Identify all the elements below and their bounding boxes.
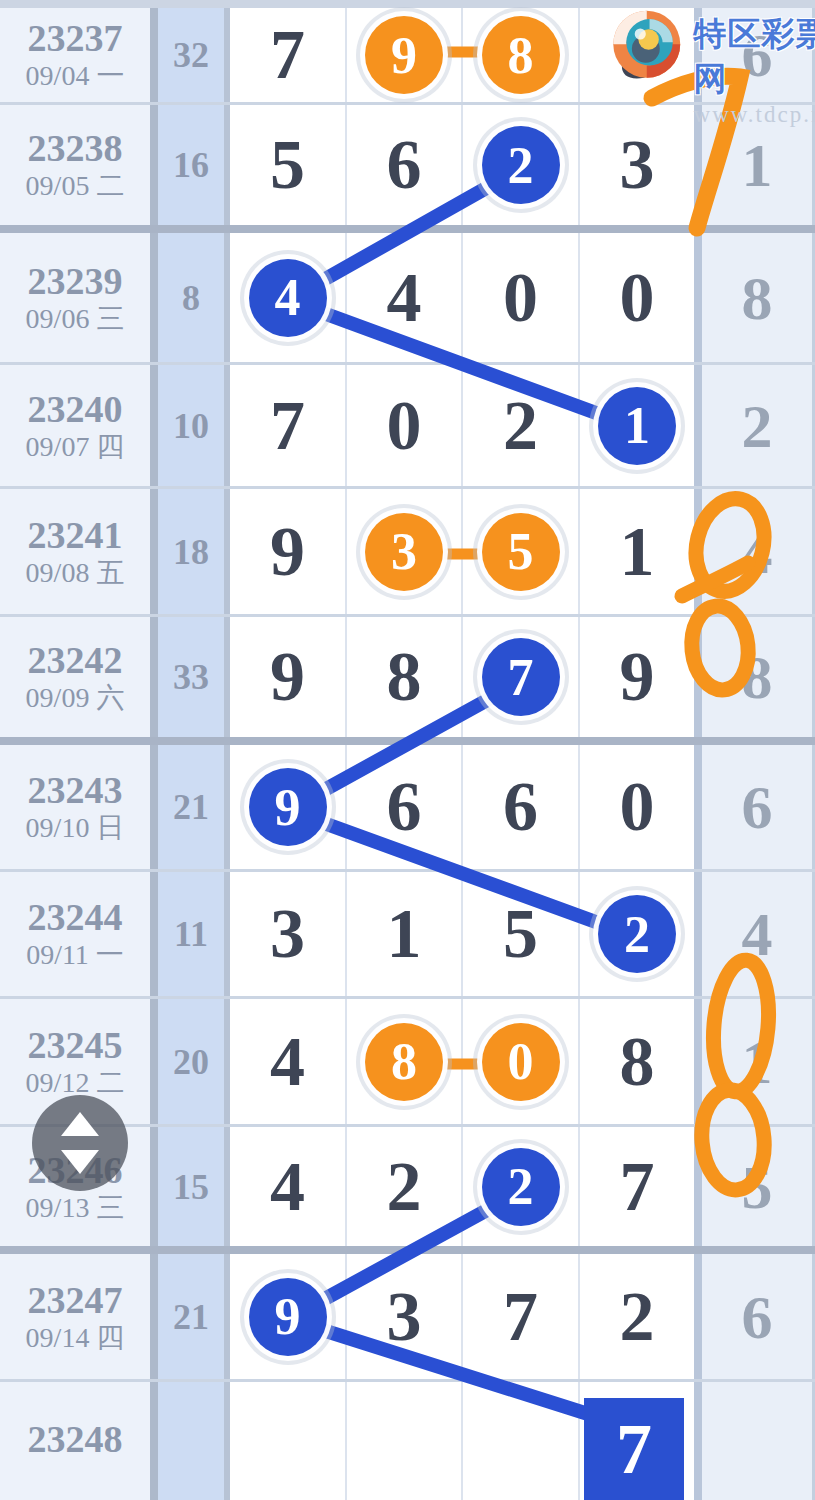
lottery-trend-chart-screen: 23237 09/04 一 32 7 9 8 8 6 23238 09/05 二… — [0, 0, 815, 1500]
digit-cell: 5 — [230, 105, 347, 225]
blue-circled-digit: 4 — [249, 259, 327, 337]
table-row: 23248 7 — [0, 1382, 815, 1500]
sum-cell: 20 — [158, 999, 230, 1124]
digit-cell: 7 — [230, 365, 347, 486]
orange-circled-digit: 0 — [482, 1023, 560, 1101]
blue-circled-digit: 2 — [482, 126, 560, 204]
digit-cell: 1 — [580, 365, 702, 486]
digit-cell: 4 — [230, 999, 347, 1124]
digit-cell — [463, 1382, 580, 1500]
scroll-widget[interactable] — [32, 1095, 128, 1191]
sum-cell: 16 — [158, 105, 230, 225]
issue-cell: 23240 09/07 四 — [0, 365, 158, 486]
issue-cell: 23241 09/08 五 — [0, 489, 158, 614]
issue-cell: 23243 09/10 日 — [0, 745, 158, 869]
issue-cell: 23247 09/14 四 — [0, 1254, 158, 1379]
sum-cell: 11 — [158, 872, 230, 996]
blue-circled-digit: 2 — [598, 895, 676, 973]
digit-cell: 0 — [580, 745, 702, 869]
blue-circled-digit: 1 — [598, 387, 676, 465]
site-logo[interactable]: 特区彩票网 www.tdcp.net — [604, 4, 815, 128]
issue-number: 23247 — [28, 1281, 123, 1321]
sum-cell: 32 — [158, 8, 230, 102]
orange-circled-digit: 5 — [482, 513, 560, 591]
tail-cell — [702, 1382, 815, 1500]
issue-number: 23248 — [28, 1420, 123, 1460]
digit-cell: 2 — [463, 105, 580, 225]
digit-cell: 9 — [230, 745, 347, 869]
issue-number: 23239 — [28, 262, 123, 302]
tail-cell: 4 — [702, 489, 815, 614]
digit-cell: 2 — [463, 365, 580, 486]
triangle-up-icon[interactable] — [61, 1112, 99, 1136]
digit-cell: 0 — [463, 999, 580, 1124]
digit-cell: 9 — [230, 489, 347, 614]
digit-cell: 1 — [580, 489, 702, 614]
digit-cell: 6 — [347, 105, 463, 225]
sum-cell — [158, 1382, 230, 1500]
issue-number: 23241 — [28, 516, 123, 556]
blue-circled-digit: 9 — [249, 768, 327, 846]
orange-circled-digit: 8 — [482, 16, 560, 94]
blue-circled-digit: 9 — [249, 1278, 327, 1356]
digit-cell: 8 — [347, 999, 463, 1124]
orange-circled-digit: 9 — [365, 16, 443, 94]
issue-date: 09/04 一 — [26, 61, 125, 90]
tail-cell: 8 — [702, 233, 815, 362]
digit-cell: 3 — [347, 489, 463, 614]
triangle-down-icon[interactable] — [61, 1150, 99, 1174]
issue-number: 23243 — [28, 771, 123, 811]
sum-cell: 33 — [158, 617, 230, 737]
tail-cell: 1 — [702, 999, 815, 1124]
issue-number: 23238 — [28, 129, 123, 169]
tail-cell: 6 — [702, 745, 815, 869]
sum-cell: 21 — [158, 745, 230, 869]
digit-cell: 3 — [347, 1254, 463, 1379]
table-row: 23245 09/12 二 20 4 8 0 8 1 — [0, 999, 815, 1127]
digit-cell: 9 — [347, 8, 463, 102]
digit-cell: 4 — [230, 233, 347, 362]
issue-date: 09/11 一 — [26, 940, 124, 969]
sum-cell: 8 — [158, 233, 230, 362]
table-row: 23239 09/06 三 8 4 4 0 0 8 — [0, 233, 815, 365]
digit-cell: 6 — [463, 745, 580, 869]
issue-cell: 23242 09/09 六 — [0, 617, 158, 737]
issue-cell: 23239 09/06 三 — [0, 233, 158, 362]
digit-cell: 5 — [463, 872, 580, 996]
logo-swirl-icon — [604, 4, 690, 90]
digit-cell: 3 — [230, 872, 347, 996]
sum-cell: 10 — [158, 365, 230, 486]
orange-circled-digit: 3 — [365, 513, 443, 591]
issue-date: 09/07 四 — [26, 432, 125, 461]
digit-cell: 0 — [347, 365, 463, 486]
issue-date: 09/10 日 — [26, 813, 125, 842]
blue-circled-digit: 7 — [482, 638, 560, 716]
tail-cell: 4 — [702, 872, 815, 996]
table-row: 23240 09/07 四 10 7 0 2 1 2 — [0, 365, 815, 489]
issue-date: 09/06 三 — [26, 304, 125, 333]
digit-cell: 8 — [580, 999, 702, 1124]
table-row: 23247 09/14 四 21 9 3 7 2 6 — [0, 1254, 815, 1382]
digit-cell: 0 — [580, 233, 702, 362]
site-name: 特区彩票网 — [694, 12, 815, 102]
issue-number: 23240 — [28, 390, 123, 430]
table-row: 23243 09/10 日 21 9 6 6 0 6 — [0, 745, 815, 872]
digit-cell: 2 — [580, 872, 702, 996]
digit-cell: 8 — [347, 617, 463, 737]
issue-number: 23237 — [28, 19, 123, 59]
issue-date: 09/14 四 — [26, 1323, 125, 1352]
issue-date: 09/13 三 — [26, 1193, 125, 1222]
digit-cell: 0 — [463, 233, 580, 362]
predicted-number-box: 7 — [584, 1398, 684, 1500]
digit-cell: 7 — [580, 1382, 702, 1500]
issue-number: 23244 — [28, 898, 123, 938]
tail-cell: 5 — [702, 1127, 815, 1246]
issue-date: 09/12 二 — [26, 1068, 125, 1097]
digit-cell: 7 — [580, 1127, 702, 1246]
digit-cell: 2 — [347, 1127, 463, 1246]
digit-cell: 9 — [580, 617, 702, 737]
digit-cell: 7 — [463, 617, 580, 737]
table-row: 23244 09/11 一 11 3 1 5 2 4 — [0, 872, 815, 999]
digit-cell: 8 — [463, 8, 580, 102]
sum-cell: 21 — [158, 1254, 230, 1379]
digit-cell — [230, 1382, 347, 1500]
digit-cell: 4 — [230, 1127, 347, 1246]
digit-cell: 7 — [463, 1254, 580, 1379]
sum-cell: 18 — [158, 489, 230, 614]
digit-cell: 9 — [230, 1254, 347, 1379]
trend-table: 23237 09/04 一 32 7 9 8 8 6 23238 09/05 二… — [0, 8, 815, 1500]
digit-cell: 2 — [463, 1127, 580, 1246]
issue-date: 09/05 二 — [26, 171, 125, 200]
digit-cell: 2 — [580, 1254, 702, 1379]
issue-date: 09/08 五 — [26, 558, 125, 587]
tail-cell: 6 — [702, 1254, 815, 1379]
tail-cell: 8 — [702, 617, 815, 737]
issue-number: 23245 — [28, 1026, 123, 1066]
digit-cell: 7 — [230, 8, 347, 102]
issue-cell: 23244 09/11 一 — [0, 872, 158, 996]
issue-cell: 23248 — [0, 1382, 158, 1500]
site-url: www.tdcp.net — [694, 102, 815, 128]
tail-cell: 2 — [702, 365, 815, 486]
digit-cell: 1 — [347, 872, 463, 996]
orange-circled-digit: 8 — [365, 1023, 443, 1101]
issue-cell: 23237 09/04 一 — [0, 8, 158, 102]
issue-number: 23242 — [28, 641, 123, 681]
sum-cell: 15 — [158, 1127, 230, 1246]
digit-cell — [347, 1382, 463, 1500]
digit-cell: 6 — [347, 745, 463, 869]
issue-cell: 23238 09/05 二 — [0, 105, 158, 225]
blue-circled-digit: 2 — [482, 1148, 560, 1226]
table-row: 23242 09/09 六 33 9 8 7 9 8 — [0, 617, 815, 745]
table-row: 23241 09/08 五 18 9 3 5 1 4 — [0, 489, 815, 617]
issue-date: 09/09 六 — [26, 683, 125, 712]
digit-cell: 5 — [463, 489, 580, 614]
digit-cell: 4 — [347, 233, 463, 362]
digit-cell: 9 — [230, 617, 347, 737]
